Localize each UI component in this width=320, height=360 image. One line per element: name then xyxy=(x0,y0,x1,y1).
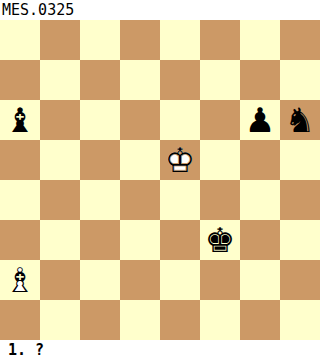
square-e7[interactable] xyxy=(160,60,200,100)
square-b1[interactable] xyxy=(40,300,80,340)
square-b3[interactable] xyxy=(40,220,80,260)
square-e5[interactable]: ♚♔ xyxy=(160,140,200,180)
square-f2[interactable] xyxy=(200,260,240,300)
black-bishop: ♝ xyxy=(0,100,40,140)
square-h1[interactable] xyxy=(280,300,320,340)
square-f8[interactable] xyxy=(200,20,240,60)
square-c1[interactable] xyxy=(80,300,120,340)
square-b4[interactable] xyxy=(40,180,80,220)
white-king: ♔ xyxy=(160,140,200,180)
square-h5[interactable] xyxy=(280,140,320,180)
square-g8[interactable] xyxy=(240,20,280,60)
square-a8[interactable] xyxy=(0,20,40,60)
square-e1[interactable] xyxy=(160,300,200,340)
square-e6[interactable] xyxy=(160,100,200,140)
square-f6[interactable] xyxy=(200,100,240,140)
square-f5[interactable] xyxy=(200,140,240,180)
square-d5[interactable] xyxy=(120,140,160,180)
square-d7[interactable] xyxy=(120,60,160,100)
square-e4[interactable] xyxy=(160,180,200,220)
square-f1[interactable] xyxy=(200,300,240,340)
white-bishop: ♗ xyxy=(0,260,40,300)
square-a7[interactable] xyxy=(0,60,40,100)
square-g4[interactable] xyxy=(240,180,280,220)
square-b6[interactable] xyxy=(40,100,80,140)
square-c5[interactable] xyxy=(80,140,120,180)
square-a3[interactable] xyxy=(0,220,40,260)
square-g1[interactable] xyxy=(240,300,280,340)
square-g3[interactable] xyxy=(240,220,280,260)
square-c7[interactable] xyxy=(80,60,120,100)
square-d8[interactable] xyxy=(120,20,160,60)
square-a6[interactable]: ♝ xyxy=(0,100,40,140)
square-e3[interactable] xyxy=(160,220,200,260)
chess-board: ♝♟♞♚♔♚♝♗ xyxy=(0,20,320,340)
square-a4[interactable] xyxy=(0,180,40,220)
square-g2[interactable] xyxy=(240,260,280,300)
square-f7[interactable] xyxy=(200,60,240,100)
square-d2[interactable] xyxy=(120,260,160,300)
square-a5[interactable] xyxy=(0,140,40,180)
square-a1[interactable] xyxy=(0,300,40,340)
black-knight: ♞ xyxy=(280,100,320,140)
square-h6[interactable]: ♞ xyxy=(280,100,320,140)
square-g7[interactable] xyxy=(240,60,280,100)
square-h8[interactable] xyxy=(280,20,320,60)
square-d4[interactable] xyxy=(120,180,160,220)
square-b7[interactable] xyxy=(40,60,80,100)
square-d3[interactable] xyxy=(120,220,160,260)
move-prompt: 1. ? xyxy=(0,340,320,360)
diagram-title: MES.0325 xyxy=(0,0,320,20)
square-b5[interactable] xyxy=(40,140,80,180)
square-c3[interactable] xyxy=(80,220,120,260)
square-c8[interactable] xyxy=(80,20,120,60)
square-c6[interactable] xyxy=(80,100,120,140)
square-b2[interactable] xyxy=(40,260,80,300)
square-c2[interactable] xyxy=(80,260,120,300)
square-d6[interactable] xyxy=(120,100,160,140)
chess-puzzle-page: MES.0325 ♝♟♞♚♔♚♝♗ 1. ? xyxy=(0,0,320,360)
square-e8[interactable] xyxy=(160,20,200,60)
square-d1[interactable] xyxy=(120,300,160,340)
square-f3[interactable]: ♚ xyxy=(200,220,240,260)
square-g6[interactable]: ♟ xyxy=(240,100,280,140)
square-g5[interactable] xyxy=(240,140,280,180)
square-h7[interactable] xyxy=(280,60,320,100)
square-a2[interactable]: ♝♗ xyxy=(0,260,40,300)
black-pawn: ♟ xyxy=(240,100,280,140)
square-f4[interactable] xyxy=(200,180,240,220)
square-h2[interactable] xyxy=(280,260,320,300)
square-b8[interactable] xyxy=(40,20,80,60)
square-e2[interactable] xyxy=(160,260,200,300)
square-h4[interactable] xyxy=(280,180,320,220)
square-h3[interactable] xyxy=(280,220,320,260)
black-king: ♚ xyxy=(200,220,240,260)
square-c4[interactable] xyxy=(80,180,120,220)
